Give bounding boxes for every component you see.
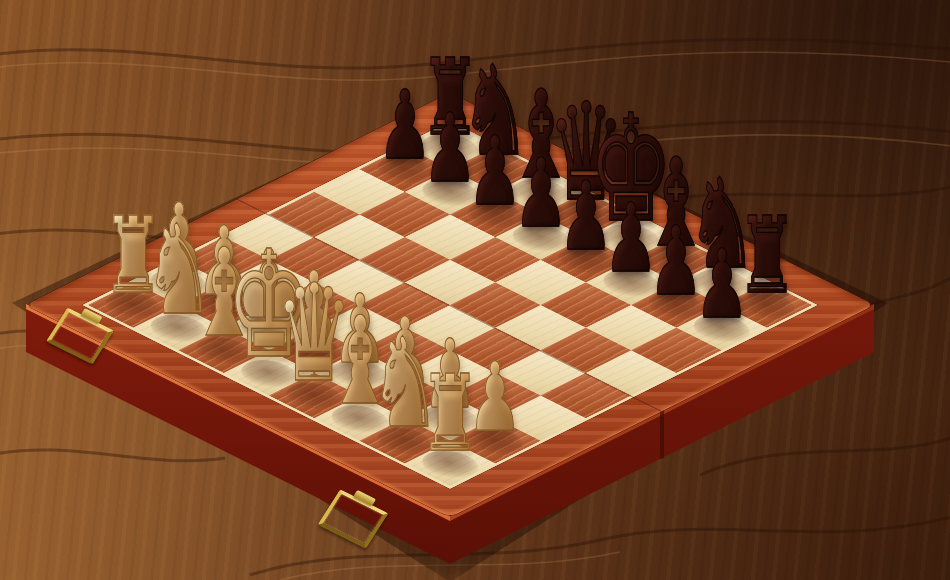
photo-scene: ♜♞♝♛♚♝♞♜♟♟♟♟♟♟♟♟♟♟♟♟♟♟♟♟♜♞♝♚♛♝♞♜: [0, 0, 950, 580]
